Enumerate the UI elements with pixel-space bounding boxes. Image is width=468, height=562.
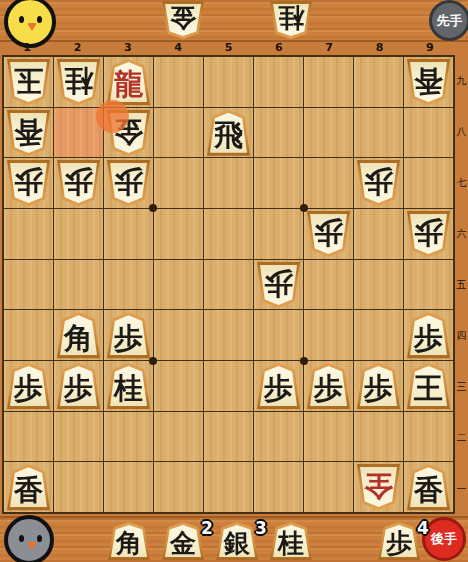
- piece-桂-gote[interactable]: 桂: [107, 363, 150, 409]
- piece-kanji: 香: [14, 116, 43, 145]
- square-2四[interactable]: 角: [54, 310, 103, 360]
- square-9八[interactable]: [404, 108, 453, 158]
- square-7一[interactable]: [304, 462, 353, 512]
- piece-飛-gote[interactable]: 飛: [207, 110, 250, 156]
- piece-kanji: 金: [170, 5, 196, 31]
- square-6九[interactable]: [254, 57, 303, 107]
- piece-kanji: 桂: [114, 374, 143, 403]
- piece-歩-gote[interactable]: 歩: [307, 363, 350, 409]
- chick-eye-icon: [19, 16, 24, 23]
- square-1七[interactable]: 歩: [4, 158, 53, 208]
- square-7九[interactable]: [304, 57, 353, 107]
- square-2五[interactable]: [54, 260, 103, 310]
- piece-kanji: 玉: [14, 65, 43, 94]
- file-label-8: 8: [354, 40, 404, 55]
- square-1九[interactable]: 玉: [4, 57, 53, 107]
- rank-labels: 九八七六五四三二一: [455, 55, 468, 514]
- square-2六[interactable]: [54, 209, 103, 259]
- chick-beak-icon: [27, 542, 37, 550]
- rank-label-二: 二: [455, 412, 468, 463]
- square-4六[interactable]: [154, 209, 203, 259]
- piece-金-sente[interactable]: 金: [162, 1, 204, 39]
- shogi-app: 先手 金桂 123456789 九八七六五四三二一 玉桂龍香香金飛歩歩歩歩歩歩歩…: [0, 0, 468, 562]
- hand-count-金: 2: [201, 520, 213, 537]
- square-3六[interactable]: [104, 209, 153, 259]
- star-point: [149, 204, 157, 212]
- piece-kanji: 歩: [414, 217, 443, 246]
- piece-kanji: 桂: [278, 530, 304, 556]
- file-label-6: 6: [254, 40, 304, 55]
- piece-kanji: 歩: [64, 166, 93, 195]
- square-9二[interactable]: [404, 412, 453, 462]
- rank-label-九: 九: [455, 55, 468, 106]
- piece-歩-gote[interactable]: 歩: [407, 312, 450, 358]
- file-label-2: 2: [52, 40, 102, 55]
- gote-hand-tray: 後手 角金2銀3桂歩4: [0, 516, 468, 562]
- piece-歩-gote[interactable]: 歩: [357, 363, 400, 409]
- square-8二[interactable]: [354, 412, 403, 462]
- gote-avatar-chick: [4, 515, 54, 562]
- square-4四[interactable]: [154, 310, 203, 360]
- square-6七[interactable]: [254, 158, 303, 208]
- piece-歩-sente[interactable]: 歩: [307, 211, 350, 257]
- square-5五[interactable]: [204, 260, 253, 310]
- piece-全-sente[interactable]: 全: [357, 464, 400, 510]
- piece-歩-sente[interactable]: 歩: [107, 160, 150, 206]
- square-8三[interactable]: 歩: [354, 361, 403, 411]
- file-label-7: 7: [304, 40, 354, 55]
- file-label-5: 5: [203, 40, 253, 55]
- square-6八[interactable]: [254, 108, 303, 158]
- square-3一[interactable]: [104, 462, 153, 512]
- square-9五[interactable]: [404, 260, 453, 310]
- piece-kanji: 歩: [14, 166, 43, 195]
- piece-歩-gote[interactable]: 歩: [257, 363, 300, 409]
- piece-王-gote[interactable]: 王: [407, 363, 450, 409]
- piece-kanji: 歩: [314, 217, 343, 246]
- rank-label-七: 七: [455, 157, 468, 208]
- piece-kanji: 桂: [64, 65, 93, 94]
- square-8五[interactable]: [354, 260, 403, 310]
- square-3二[interactable]: [104, 412, 153, 462]
- square-2二[interactable]: [54, 412, 103, 462]
- piece-玉-sente[interactable]: 玉: [7, 59, 50, 105]
- file-labels: 123456789: [2, 40, 455, 55]
- square-6三[interactable]: 歩: [254, 361, 303, 411]
- star-point: [300, 357, 308, 365]
- square-2三[interactable]: 歩: [54, 361, 103, 411]
- square-3五[interactable]: [104, 260, 153, 310]
- square-5八[interactable]: 飛: [204, 108, 253, 158]
- piece-kanji: 歩: [364, 166, 393, 195]
- square-7三[interactable]: 歩: [304, 361, 353, 411]
- square-5九[interactable]: [204, 57, 253, 107]
- square-1八[interactable]: 香: [4, 108, 53, 158]
- piece-kanji: 歩: [386, 530, 412, 556]
- file-label-4: 4: [153, 40, 203, 55]
- square-9六[interactable]: 歩: [404, 209, 453, 259]
- square-6四[interactable]: [254, 310, 303, 360]
- piece-歩-sente[interactable]: 歩: [7, 160, 50, 206]
- square-8八[interactable]: [354, 108, 403, 158]
- square-5七[interactable]: [204, 158, 253, 208]
- piece-歩-gote[interactable]: 歩: [378, 522, 420, 560]
- piece-角-gote[interactable]: 角: [108, 522, 150, 560]
- piece-歩-gote[interactable]: 歩: [107, 312, 150, 358]
- piece-kanji: 歩: [114, 166, 143, 195]
- square-8一[interactable]: 全: [354, 462, 403, 512]
- sente-hand-tray: 先手 金桂: [0, 0, 468, 42]
- piece-桂-sente[interactable]: 桂: [57, 59, 100, 105]
- square-6五[interactable]: 歩: [254, 260, 303, 310]
- piece-kanji: 角: [64, 323, 93, 352]
- square-6二[interactable]: [254, 412, 303, 462]
- piece-kanji: 桂: [278, 5, 304, 31]
- piece-kanji: 金: [170, 530, 196, 556]
- square-2一[interactable]: [54, 462, 103, 512]
- square-1二[interactable]: [4, 412, 53, 462]
- piece-金-gote[interactable]: 金: [162, 522, 204, 560]
- square-9九[interactable]: 香: [404, 57, 453, 107]
- square-6六[interactable]: [254, 209, 303, 259]
- piece-kanji: 歩: [314, 374, 343, 403]
- piece-kanji: 全: [364, 470, 393, 499]
- piece-kanji: 王: [414, 374, 443, 403]
- piece-歩-gote[interactable]: 歩: [7, 363, 50, 409]
- square-5二[interactable]: [204, 412, 253, 462]
- chick-beak-icon: [27, 23, 37, 31]
- square-1一[interactable]: 香: [4, 462, 53, 512]
- piece-歩-sente[interactable]: 歩: [357, 160, 400, 206]
- piece-kanji: 香: [14, 475, 43, 504]
- square-4五[interactable]: [154, 260, 203, 310]
- square-1六[interactable]: [4, 209, 53, 259]
- piece-kanji: 飛: [214, 121, 243, 150]
- square-2九[interactable]: 桂: [54, 57, 103, 107]
- piece-kanji: 歩: [14, 374, 43, 403]
- square-5四[interactable]: [204, 310, 253, 360]
- star-point: [300, 204, 308, 212]
- square-1三[interactable]: 歩: [4, 361, 53, 411]
- square-7五[interactable]: [304, 260, 353, 310]
- piece-歩-sente[interactable]: 歩: [407, 211, 450, 257]
- file-label-9: 9: [405, 40, 455, 55]
- square-8七[interactable]: 歩: [354, 158, 403, 208]
- piece-kanji: 香: [414, 65, 443, 94]
- piece-龍-gote[interactable]: 龍: [107, 59, 150, 105]
- square-7二[interactable]: [304, 412, 353, 462]
- piece-kanji: 角: [116, 530, 142, 556]
- piece-香-gote[interactable]: 香: [407, 464, 450, 510]
- piece-kanji: 歩: [414, 323, 443, 352]
- piece-桂-sente[interactable]: 桂: [270, 1, 312, 39]
- rank-label-五: 五: [455, 259, 468, 310]
- piece-角-gote[interactable]: 角: [57, 312, 100, 358]
- square-7八[interactable]: [304, 108, 353, 158]
- piece-kanji: 香: [414, 475, 443, 504]
- hand-count-歩: 4: [417, 520, 429, 537]
- rank-label-四: 四: [455, 310, 468, 361]
- piece-kanji: 歩: [114, 323, 143, 352]
- square-4九[interactable]: [154, 57, 203, 107]
- square-5六[interactable]: [204, 209, 253, 259]
- square-4二[interactable]: [154, 412, 203, 462]
- sente-badge: 先手: [429, 0, 468, 41]
- square-3三[interactable]: 桂: [104, 361, 153, 411]
- square-3四[interactable]: 歩: [104, 310, 153, 360]
- rank-label-八: 八: [455, 106, 468, 157]
- file-label-1: 1: [2, 40, 52, 55]
- square-2七[interactable]: 歩: [54, 158, 103, 208]
- piece-香-gote[interactable]: 香: [7, 464, 50, 510]
- piece-kanji: 歩: [64, 374, 93, 403]
- last-move-marker: [96, 100, 129, 133]
- piece-kanji: 歩: [264, 374, 293, 403]
- square-5三[interactable]: [204, 361, 253, 411]
- square-9三[interactable]: 王: [404, 361, 453, 411]
- piece-kanji: 歩: [364, 374, 393, 403]
- square-9四[interactable]: 歩: [404, 310, 453, 360]
- piece-kanji: 銀: [224, 530, 250, 556]
- piece-kanji: 龍: [114, 70, 143, 99]
- square-8四[interactable]: [354, 310, 403, 360]
- square-7四[interactable]: [304, 310, 353, 360]
- star-point: [149, 357, 157, 365]
- square-6一[interactable]: [254, 462, 303, 512]
- square-8九[interactable]: [354, 57, 403, 107]
- chick-eye-icon: [37, 16, 42, 23]
- rank-label-六: 六: [455, 208, 468, 259]
- square-4一[interactable]: [154, 462, 203, 512]
- piece-kanji: 歩: [264, 268, 293, 297]
- square-3七[interactable]: 歩: [104, 158, 153, 208]
- square-4三[interactable]: [154, 361, 203, 411]
- square-9七[interactable]: [404, 158, 453, 208]
- square-1五[interactable]: [4, 260, 53, 310]
- chick-eye-icon: [19, 535, 24, 542]
- square-8六[interactable]: [354, 209, 403, 259]
- piece-桂-gote[interactable]: 桂: [270, 522, 312, 560]
- square-7七[interactable]: [304, 158, 353, 208]
- hand-count-銀: 3: [255, 520, 267, 537]
- square-4八[interactable]: [154, 108, 203, 158]
- rank-label-三: 三: [455, 361, 468, 412]
- file-label-3: 3: [103, 40, 153, 55]
- shogi-board: 玉桂龍香香金飛歩歩歩歩歩歩歩角歩歩歩歩桂歩歩歩王香全香: [2, 55, 455, 514]
- piece-銀-gote[interactable]: 銀: [216, 522, 258, 560]
- rank-label-一: 一: [455, 463, 468, 514]
- piece-歩-sente[interactable]: 歩: [257, 262, 300, 308]
- chick-eye-icon: [37, 535, 42, 542]
- square-9一[interactable]: 香: [404, 462, 453, 512]
- piece-香-sente[interactable]: 香: [407, 59, 450, 105]
- square-4七[interactable]: [154, 158, 203, 208]
- square-7六[interactable]: 歩: [304, 209, 353, 259]
- piece-香-sente[interactable]: 香: [7, 110, 50, 156]
- piece-歩-sente[interactable]: 歩: [57, 160, 100, 206]
- square-5一[interactable]: [204, 462, 253, 512]
- piece-歩-gote[interactable]: 歩: [57, 363, 100, 409]
- square-1四[interactable]: [4, 310, 53, 360]
